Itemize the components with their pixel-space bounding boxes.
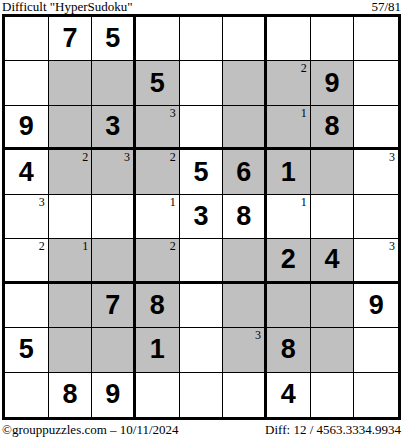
cell-r6c7[interactable]: 2 bbox=[267, 239, 311, 283]
cell-r9c8[interactable] bbox=[311, 373, 355, 417]
cell-r6c2[interactable]: 1 bbox=[49, 239, 93, 283]
cell-r9c4[interactable] bbox=[136, 373, 180, 417]
cell-r3c7[interactable]: 1 bbox=[267, 106, 311, 150]
cell-r5c1[interactable]: 3 bbox=[5, 195, 49, 239]
given-digit: 3 bbox=[105, 113, 120, 140]
pencil-mark: 2 bbox=[301, 62, 307, 74]
cell-r8c1[interactable]: 5 bbox=[5, 328, 49, 372]
cell-r7c4[interactable]: 8 bbox=[136, 284, 180, 328]
empty-cell-counter: 57/81 bbox=[371, 0, 401, 14]
cell-r5c8[interactable] bbox=[311, 195, 355, 239]
cell-r3c8[interactable]: 8 bbox=[311, 106, 355, 150]
given-digit: 3 bbox=[193, 203, 208, 230]
cell-r7c7[interactable] bbox=[267, 284, 311, 328]
cell-r9c3[interactable]: 9 bbox=[92, 373, 136, 417]
header: Difficult "HyperSudoku" 57/81 bbox=[2, 0, 401, 14]
cell-r7c2[interactable] bbox=[49, 284, 93, 328]
cell-r5c4[interactable]: 1 bbox=[136, 195, 180, 239]
pencil-mark: 3 bbox=[170, 107, 176, 119]
cell-r1c4[interactable] bbox=[136, 17, 180, 61]
given-digit: 9 bbox=[324, 70, 339, 97]
cell-r2c2[interactable] bbox=[49, 61, 93, 105]
given-digit: 5 bbox=[193, 159, 208, 186]
cell-r2c1[interactable] bbox=[5, 61, 49, 105]
cell-r8c4[interactable]: 1 bbox=[136, 328, 180, 372]
pencil-mark: 2 bbox=[39, 240, 45, 252]
cell-r6c4[interactable]: 2 bbox=[136, 239, 180, 283]
pencil-mark: 2 bbox=[170, 151, 176, 163]
pencil-mark: 3 bbox=[255, 329, 261, 341]
cell-r5c2[interactable] bbox=[49, 195, 93, 239]
cell-r7c3[interactable]: 7 bbox=[92, 284, 136, 328]
cell-r8c3[interactable] bbox=[92, 328, 136, 372]
cell-r2c6[interactable] bbox=[223, 61, 267, 105]
cell-r6c3[interactable] bbox=[92, 239, 136, 283]
cell-r8c5[interactable] bbox=[180, 328, 224, 372]
given-digit: 9 bbox=[105, 381, 120, 408]
cell-r5c6[interactable]: 8 bbox=[223, 195, 267, 239]
cell-r7c5[interactable] bbox=[180, 284, 224, 328]
cell-r2c5[interactable] bbox=[180, 61, 224, 105]
footer: ©grouppuzzles.com – 10/11/2024 Diff: 12 … bbox=[2, 422, 401, 437]
cell-r1c5[interactable] bbox=[180, 17, 224, 61]
cell-r3c4[interactable]: 3 bbox=[136, 106, 180, 150]
cell-r4c3[interactable]: 3 bbox=[92, 150, 136, 194]
cell-r7c8[interactable] bbox=[311, 284, 355, 328]
cell-r8c6[interactable]: 3 bbox=[223, 328, 267, 372]
cell-r5c5[interactable]: 3 bbox=[180, 195, 224, 239]
cell-r6c8[interactable]: 4 bbox=[311, 239, 355, 283]
given-digit: 4 bbox=[281, 381, 296, 408]
cell-r2c8[interactable]: 9 bbox=[311, 61, 355, 105]
cell-r2c4[interactable]: 5 bbox=[136, 61, 180, 105]
puzzle-title: Difficult "HyperSudoku" bbox=[2, 0, 133, 14]
pencil-mark: 3 bbox=[39, 196, 45, 208]
pencil-mark: 1 bbox=[301, 196, 307, 208]
cell-r9c6[interactable] bbox=[223, 373, 267, 417]
given-digit: 5 bbox=[19, 336, 34, 363]
cell-r4c4[interactable]: 2 bbox=[136, 150, 180, 194]
cell-r6c6[interactable] bbox=[223, 239, 267, 283]
cell-r3c6[interactable] bbox=[223, 106, 267, 150]
cell-r4c6[interactable]: 6 bbox=[223, 150, 267, 194]
cell-r4c7[interactable]: 1 bbox=[267, 150, 311, 194]
cell-r6c5[interactable] bbox=[180, 239, 224, 283]
cell-r8c8[interactable] bbox=[311, 328, 355, 372]
cell-r5c9[interactable] bbox=[354, 195, 398, 239]
given-digit: 8 bbox=[150, 292, 165, 319]
given-digit: 7 bbox=[62, 25, 77, 52]
cell-r8c2[interactable] bbox=[49, 328, 93, 372]
cell-r1c9[interactable] bbox=[354, 17, 398, 61]
cell-r7c1[interactable] bbox=[5, 284, 49, 328]
cell-r3c2[interactable] bbox=[49, 106, 93, 150]
cell-r9c2[interactable]: 8 bbox=[49, 373, 93, 417]
given-digit: 5 bbox=[105, 25, 120, 52]
cell-r3c1[interactable]: 9 bbox=[5, 106, 49, 150]
pencil-mark: 1 bbox=[301, 107, 307, 119]
given-digit: 8 bbox=[281, 336, 296, 363]
cell-r2c9[interactable] bbox=[354, 61, 398, 105]
cell-r1c3[interactable]: 5 bbox=[92, 17, 136, 61]
pencil-mark: 1 bbox=[170, 196, 176, 208]
cell-r4c2[interactable]: 2 bbox=[49, 150, 93, 194]
puzzle-page: Difficult "HyperSudoku" 57/81 7552993318… bbox=[0, 0, 403, 437]
copyright-text: ©grouppuzzles.com – 10/11/2024 bbox=[2, 422, 179, 437]
cell-r1c1[interactable] bbox=[5, 17, 49, 61]
cell-r2c3[interactable] bbox=[92, 61, 136, 105]
cell-r4c1[interactable]: 4 bbox=[5, 150, 49, 194]
pencil-mark: 3 bbox=[389, 151, 395, 163]
given-digit: 6 bbox=[236, 159, 251, 186]
given-digit: 8 bbox=[62, 381, 77, 408]
cell-r4c9[interactable]: 3 bbox=[354, 150, 398, 194]
cell-r5c3[interactable] bbox=[92, 195, 136, 239]
cell-r2c7[interactable]: 2 bbox=[267, 61, 311, 105]
cell-r5c7[interactable]: 1 bbox=[267, 195, 311, 239]
cell-r9c9[interactable] bbox=[354, 373, 398, 417]
cell-r7c6[interactable] bbox=[223, 284, 267, 328]
given-digit: 1 bbox=[281, 159, 296, 186]
given-digit: 5 bbox=[150, 70, 165, 97]
difficulty-text: Diff: 12 / 4563.3334.9934 bbox=[265, 422, 401, 437]
cell-r1c8[interactable] bbox=[311, 17, 355, 61]
sudoku-board: 755299331842325613313812122437895138894 bbox=[2, 14, 401, 420]
cell-r4c8[interactable] bbox=[311, 150, 355, 194]
cell-r1c2[interactable]: 7 bbox=[49, 17, 93, 61]
given-digit: 8 bbox=[236, 203, 251, 230]
cell-r1c6[interactable] bbox=[223, 17, 267, 61]
cell-r4c5[interactable]: 5 bbox=[180, 150, 224, 194]
cell-r3c9[interactable] bbox=[354, 106, 398, 150]
given-digit: 4 bbox=[324, 246, 339, 273]
cell-r7c9[interactable]: 9 bbox=[354, 284, 398, 328]
pencil-mark: 2 bbox=[82, 151, 88, 163]
cell-r9c1[interactable] bbox=[5, 373, 49, 417]
cell-r9c5[interactable] bbox=[180, 373, 224, 417]
pencil-mark: 3 bbox=[124, 151, 130, 163]
cell-r3c5[interactable] bbox=[180, 106, 224, 150]
given-digit: 2 bbox=[281, 246, 296, 273]
given-digit: 1 bbox=[150, 336, 165, 363]
cell-r8c9[interactable] bbox=[354, 328, 398, 372]
cell-r8c7[interactable]: 8 bbox=[267, 328, 311, 372]
pencil-mark: 1 bbox=[82, 240, 88, 252]
given-digit: 9 bbox=[19, 113, 34, 140]
given-digit: 8 bbox=[324, 113, 339, 140]
cell-r6c9[interactable]: 3 bbox=[354, 239, 398, 283]
given-digit: 7 bbox=[105, 292, 120, 319]
pencil-mark: 3 bbox=[389, 240, 395, 252]
cell-r1c7[interactable] bbox=[267, 17, 311, 61]
cell-r3c3[interactable]: 3 bbox=[92, 106, 136, 150]
pencil-mark: 2 bbox=[170, 240, 176, 252]
given-digit: 9 bbox=[369, 292, 384, 319]
given-digit: 4 bbox=[19, 159, 34, 186]
cell-r6c1[interactable]: 2 bbox=[5, 239, 49, 283]
cell-r9c7[interactable]: 4 bbox=[267, 373, 311, 417]
